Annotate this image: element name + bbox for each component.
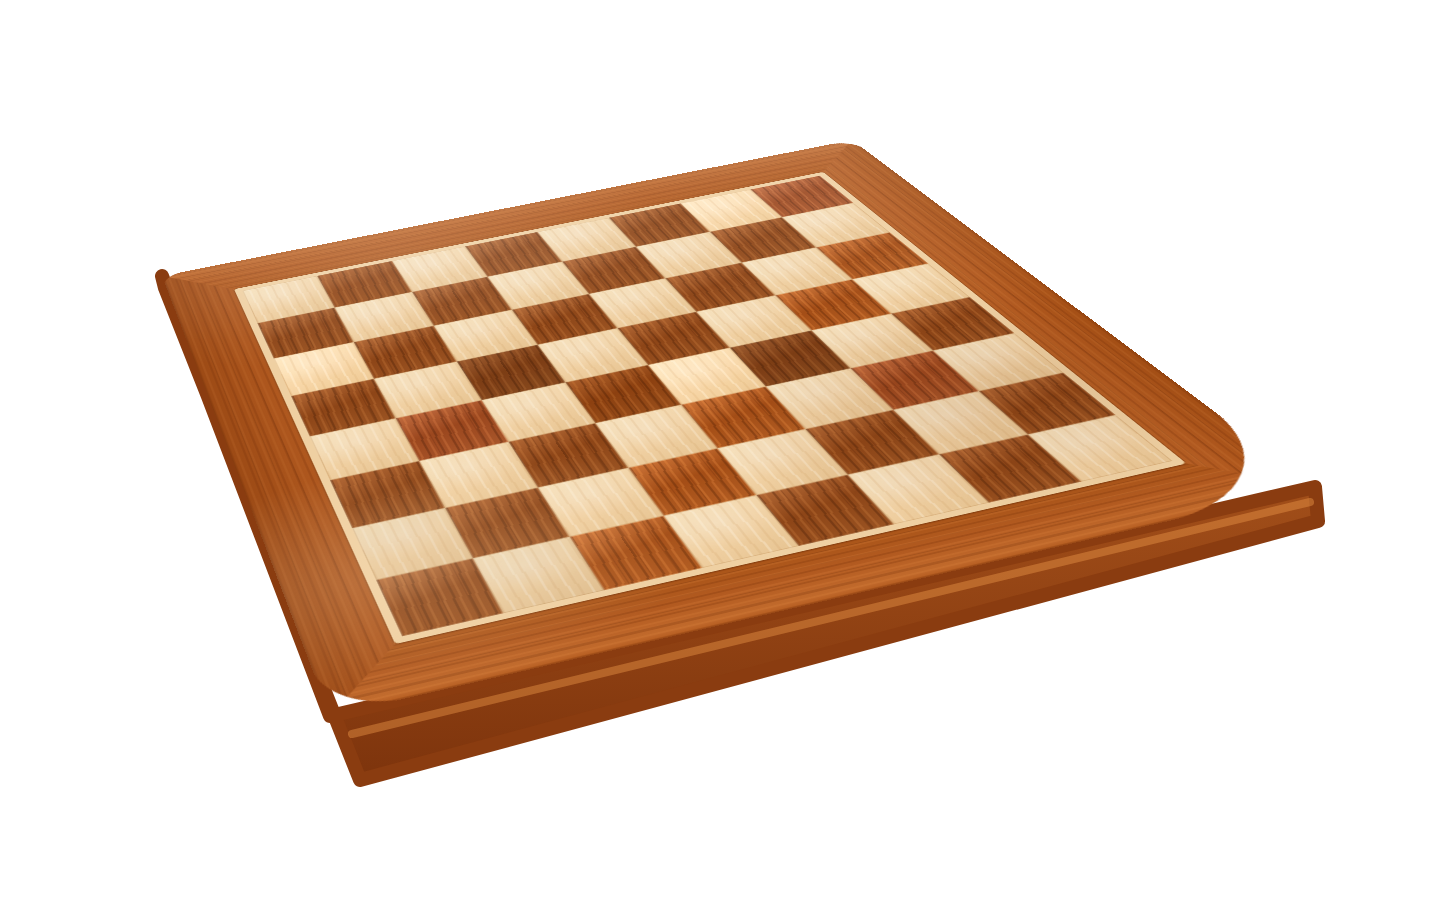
scene (0, 0, 1445, 914)
